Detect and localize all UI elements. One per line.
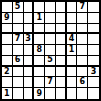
- cell-r1c1[interactable]: [2, 2, 13, 13]
- cell-r5c7: 1: [67, 45, 78, 56]
- cell-r5c6[interactable]: [56, 45, 67, 56]
- cell-r3c7[interactable]: [67, 24, 78, 35]
- cell-r2c7[interactable]: [67, 13, 78, 24]
- cell-r3c3[interactable]: [24, 24, 35, 35]
- cell-r2c6[interactable]: [56, 13, 67, 24]
- cell-r4c3: 3: [24, 34, 35, 45]
- cell-r8c7[interactable]: [67, 77, 78, 88]
- cell-r2c4: 1: [34, 13, 45, 24]
- cell-r2c5[interactable]: [45, 13, 56, 24]
- cell-r7c2[interactable]: [13, 67, 24, 78]
- cell-r9c2[interactable]: [13, 88, 24, 99]
- cell-r4c4[interactable]: [34, 34, 45, 45]
- cell-r8c4[interactable]: [34, 77, 45, 88]
- cell-r7c4[interactable]: [34, 67, 45, 78]
- cell-r8c1[interactable]: [2, 77, 13, 88]
- cell-r5c5[interactable]: [45, 45, 56, 56]
- cell-r1c3[interactable]: [24, 2, 35, 13]
- cell-r2c3[interactable]: [24, 13, 35, 24]
- sudoku-board: 57917348165237619: [0, 0, 101, 101]
- cell-r8c3[interactable]: [24, 77, 35, 88]
- cell-r6c4[interactable]: [34, 56, 45, 67]
- cell-r8c9[interactable]: [88, 77, 99, 88]
- cell-r8c5: 7: [45, 77, 56, 88]
- cell-r1c4[interactable]: [34, 2, 45, 13]
- cell-r4c5[interactable]: [45, 34, 56, 45]
- cell-r5c3[interactable]: [24, 45, 35, 56]
- cell-r2c9[interactable]: [88, 13, 99, 24]
- cell-r3c2[interactable]: [13, 24, 24, 35]
- cell-r6c8[interactable]: [77, 56, 88, 67]
- cell-r6c5: 5: [45, 56, 56, 67]
- cell-r3c9[interactable]: [88, 24, 99, 35]
- cell-r8c8: 6: [77, 77, 88, 88]
- cell-r3c4[interactable]: [34, 24, 45, 35]
- cell-r1c6[interactable]: [56, 2, 67, 13]
- cell-r4c6[interactable]: [56, 34, 67, 45]
- cell-r7c5[interactable]: [45, 67, 56, 78]
- cell-r7c7[interactable]: [67, 67, 78, 78]
- cell-r7c3[interactable]: [24, 67, 35, 78]
- cell-r6c3[interactable]: [24, 56, 35, 67]
- cell-r4c8[interactable]: [77, 34, 88, 45]
- cell-r2c8[interactable]: [77, 13, 88, 24]
- cell-r2c2[interactable]: [13, 13, 24, 24]
- cell-r5c1[interactable]: [2, 45, 13, 56]
- cell-r1c9[interactable]: [88, 2, 99, 13]
- cell-r9c8[interactable]: [77, 88, 88, 99]
- cell-r2c1: 9: [2, 13, 13, 24]
- cell-r8c6[interactable]: [56, 77, 67, 88]
- cell-r3c1[interactable]: [2, 24, 13, 35]
- cell-r9c5[interactable]: [45, 88, 56, 99]
- cell-r3c8[interactable]: [77, 24, 88, 35]
- cell-r9c1: 1: [2, 88, 13, 99]
- cell-r6c9[interactable]: [88, 56, 99, 67]
- cell-r7c9: 3: [88, 67, 99, 78]
- cell-r9c7[interactable]: [67, 88, 78, 99]
- cell-r6c2: 6: [13, 56, 24, 67]
- cell-r6c7[interactable]: [67, 56, 78, 67]
- cell-r4c1[interactable]: [2, 34, 13, 45]
- cell-r9c3[interactable]: [24, 88, 35, 99]
- cell-r9c9[interactable]: [88, 88, 99, 99]
- cell-r7c6[interactable]: [56, 67, 67, 78]
- cell-r6c1[interactable]: [2, 56, 13, 67]
- cell-r4c2: 7: [13, 34, 24, 45]
- cell-r6c6[interactable]: [56, 56, 67, 67]
- cell-r5c2[interactable]: [13, 45, 24, 56]
- cell-r9c6[interactable]: [56, 88, 67, 99]
- cell-r5c4: 8: [34, 45, 45, 56]
- cell-r8c2[interactable]: [13, 77, 24, 88]
- cell-r1c5[interactable]: [45, 2, 56, 13]
- cell-r3c6[interactable]: [56, 24, 67, 35]
- cell-r1c2: 5: [13, 2, 24, 13]
- cell-r1c7[interactable]: [67, 2, 78, 13]
- cell-r7c8[interactable]: [77, 67, 88, 78]
- cell-r5c8[interactable]: [77, 45, 88, 56]
- cell-r7c1: 2: [2, 67, 13, 78]
- cell-r4c9[interactable]: [88, 34, 99, 45]
- cell-r4c7: 4: [67, 34, 78, 45]
- cell-r3c5[interactable]: [45, 24, 56, 35]
- cell-r1c8: 7: [77, 2, 88, 13]
- cell-r9c4: 9: [34, 88, 45, 99]
- cell-r5c9[interactable]: [88, 45, 99, 56]
